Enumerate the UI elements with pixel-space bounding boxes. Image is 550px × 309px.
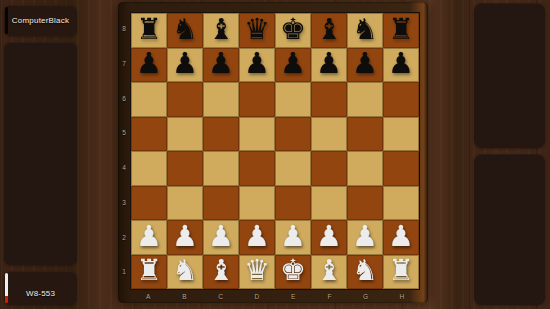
white-pawn-piece[interactable]: ♟ (244, 222, 270, 251)
square-h8[interactable]: ♜ (383, 13, 419, 48)
black-bishop-piece[interactable]: ♝ (208, 15, 234, 44)
white-pawn-piece[interactable]: ♟ (316, 222, 342, 251)
square-d1[interactable]: ♛ (239, 255, 275, 290)
square-c4[interactable] (203, 151, 239, 186)
white-player-color-bar (5, 273, 8, 303)
black-rook-piece[interactable]: ♜ (388, 15, 414, 44)
black-pawn-piece[interactable]: ♟ (388, 49, 414, 78)
black-knight-piece[interactable]: ♞ (172, 15, 198, 44)
white-pawn-piece[interactable]: ♟ (352, 222, 378, 251)
square-g8[interactable]: ♞ (347, 13, 383, 48)
file-label-f: F (311, 291, 347, 303)
square-b2[interactable]: ♟ (167, 220, 203, 255)
white-king-piece[interactable]: ♚ (280, 256, 306, 285)
white-knight-piece[interactable]: ♞ (172, 256, 198, 285)
white-player-name: W8-553 (4, 289, 77, 298)
square-a1[interactable]: ♜ (131, 255, 167, 290)
black-player-color-bar (5, 7, 8, 34)
square-f4[interactable] (311, 151, 347, 186)
rank-label-4: 4 (118, 151, 130, 186)
square-b6[interactable] (167, 82, 203, 117)
black-queen-piece[interactable]: ♛ (244, 15, 270, 44)
square-d4[interactable] (239, 151, 275, 186)
square-a4[interactable] (131, 151, 167, 186)
square-h3[interactable] (383, 186, 419, 221)
white-bishop-piece[interactable]: ♝ (208, 256, 234, 285)
square-c7[interactable]: ♟ (203, 48, 239, 83)
white-player-panel[interactable]: W8-553 (4, 271, 77, 305)
square-c1[interactable]: ♝ (203, 255, 239, 290)
white-queen-piece[interactable]: ♛ (244, 256, 270, 285)
square-h4[interactable] (383, 151, 419, 186)
square-e3[interactable] (275, 186, 311, 221)
file-label-e: E (275, 291, 311, 303)
square-a7[interactable]: ♟ (131, 48, 167, 83)
captured-pieces-tray-top[interactable] (474, 3, 545, 148)
square-e4[interactable] (275, 151, 311, 186)
square-c5[interactable] (203, 117, 239, 152)
rank-label-6: 6 (118, 82, 130, 117)
chess-board[interactable]: ♜♞♝♛♚♝♞♜♟♟♟♟♟♟♟♟♟♟♟♟♟♟♟♟♜♞♝♛♚♝♞♜ (130, 12, 420, 290)
white-pawn-piece[interactable]: ♟ (172, 222, 198, 251)
black-king-piece[interactable]: ♚ (280, 15, 306, 44)
file-label-c: C (203, 291, 239, 303)
black-rook-piece[interactable]: ♜ (136, 15, 162, 44)
square-e1[interactable]: ♚ (275, 255, 311, 290)
white-bar-main (5, 273, 8, 296)
square-d3[interactable] (239, 186, 275, 221)
rank-label-5: 5 (118, 116, 130, 151)
rank-label-8: 8 (118, 12, 130, 47)
square-f7[interactable]: ♟ (311, 48, 347, 83)
square-f6[interactable] (311, 82, 347, 117)
black-pawn-piece[interactable]: ♟ (244, 49, 270, 78)
white-bishop-piece[interactable]: ♝ (316, 256, 342, 285)
square-f2[interactable]: ♟ (311, 220, 347, 255)
square-f5[interactable] (311, 117, 347, 152)
square-b7[interactable]: ♟ (167, 48, 203, 83)
black-bishop-piece[interactable]: ♝ (316, 15, 342, 44)
square-h5[interactable] (383, 117, 419, 152)
file-label-a: A (130, 291, 166, 303)
square-b5[interactable] (167, 117, 203, 152)
file-label-b: B (166, 291, 202, 303)
black-pawn-piece[interactable]: ♟ (316, 49, 342, 78)
black-pawn-piece[interactable]: ♟ (280, 49, 306, 78)
square-d8[interactable]: ♛ (239, 13, 275, 48)
square-g6[interactable] (347, 82, 383, 117)
move-list-panel[interactable] (4, 42, 77, 265)
file-labels: ABCDEFGH (130, 291, 420, 303)
square-h6[interactable] (383, 82, 419, 117)
black-pawn-piece[interactable]: ♟ (208, 49, 234, 78)
white-pawn-piece[interactable]: ♟ (136, 222, 162, 251)
square-b4[interactable] (167, 151, 203, 186)
square-a3[interactable] (131, 186, 167, 221)
rank-label-7: 7 (118, 47, 130, 82)
square-e8[interactable]: ♚ (275, 13, 311, 48)
square-g3[interactable] (347, 186, 383, 221)
square-b1[interactable]: ♞ (167, 255, 203, 290)
white-pawn-piece[interactable]: ♟ (208, 222, 234, 251)
white-pawn-piece[interactable]: ♟ (280, 222, 306, 251)
rank-label-2: 2 (118, 221, 130, 256)
square-g5[interactable] (347, 117, 383, 152)
square-d7[interactable]: ♟ (239, 48, 275, 83)
square-h1[interactable]: ♜ (383, 255, 419, 290)
chess-board-frame: 87654321 ♜♞♝♛♚♝♞♜♟♟♟♟♟♟♟♟♟♟♟♟♟♟♟♟♜♞♝♛♚♝♞… (118, 2, 428, 303)
captured-pieces-tray-bottom[interactable] (474, 154, 545, 305)
white-knight-piece[interactable]: ♞ (352, 256, 378, 285)
rank-labels: 87654321 (118, 12, 130, 290)
rank-label-3: 3 (118, 186, 130, 221)
square-a5[interactable] (131, 117, 167, 152)
square-a6[interactable] (131, 82, 167, 117)
square-d5[interactable] (239, 117, 275, 152)
file-label-d: D (239, 291, 275, 303)
square-e2[interactable]: ♟ (275, 220, 311, 255)
square-g7[interactable]: ♟ (347, 48, 383, 83)
square-c8[interactable]: ♝ (203, 13, 239, 48)
square-g2[interactable]: ♟ (347, 220, 383, 255)
black-knight-piece[interactable]: ♞ (352, 15, 378, 44)
square-e6[interactable] (275, 82, 311, 117)
square-b3[interactable] (167, 186, 203, 221)
black-player-panel[interactable]: ComputerBlack (4, 5, 77, 36)
square-g1[interactable]: ♞ (347, 255, 383, 290)
file-label-g: G (348, 291, 384, 303)
square-f8[interactable]: ♝ (311, 13, 347, 48)
square-f1[interactable]: ♝ (311, 255, 347, 290)
white-rook-piece[interactable]: ♜ (136, 256, 162, 285)
square-h7[interactable]: ♟ (383, 48, 419, 83)
square-h2[interactable]: ♟ (383, 220, 419, 255)
white-pawn-piece[interactable]: ♟ (388, 222, 414, 251)
square-d2[interactable]: ♟ (239, 220, 275, 255)
square-e7[interactable]: ♟ (275, 48, 311, 83)
white-bar-red-tip (5, 296, 8, 303)
chess-app: { "game": "chess", "app": {"description"… (0, 0, 550, 309)
square-c6[interactable] (203, 82, 239, 117)
black-pawn-piece[interactable]: ♟ (352, 49, 378, 78)
file-label-h: H (384, 291, 420, 303)
square-e5[interactable] (275, 117, 311, 152)
square-f3[interactable] (311, 186, 347, 221)
white-rook-piece[interactable]: ♜ (388, 256, 414, 285)
black-player-name: ComputerBlack (4, 16, 77, 25)
square-b8[interactable]: ♞ (167, 13, 203, 48)
square-d6[interactable] (239, 82, 275, 117)
square-a8[interactable]: ♜ (131, 13, 167, 48)
black-pawn-piece[interactable]: ♟ (136, 49, 162, 78)
rank-label-1: 1 (118, 255, 130, 290)
square-a2[interactable]: ♟ (131, 220, 167, 255)
square-g4[interactable] (347, 151, 383, 186)
square-c3[interactable] (203, 186, 239, 221)
square-c2[interactable]: ♟ (203, 220, 239, 255)
black-pawn-piece[interactable]: ♟ (172, 49, 198, 78)
